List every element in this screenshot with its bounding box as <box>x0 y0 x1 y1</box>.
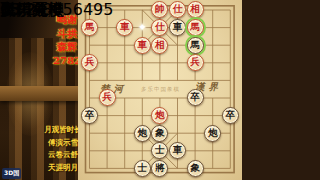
piece-black-pawn[interactable]: 卒 <box>187 89 204 106</box>
piece-red-pawn[interactable]: 兵 <box>99 89 116 106</box>
piece-black-general[interactable]: 將 <box>151 160 168 177</box>
xiangqi-board[interactable]: 楚河 漢界 多乐中国象棋 帥仕相馬車仕車馬車相馬兵兵兵卒卒炮卒炮象炮士車士將象✦ <box>78 0 242 180</box>
piece-red-cannon[interactable]: 炮 <box>151 107 168 124</box>
piece-red-chariot[interactable]: 車 <box>134 37 151 54</box>
temple-beam-photo <box>0 86 78 101</box>
piece-black-pawn[interactable]: 卒 <box>81 107 98 124</box>
piece-black-advisor[interactable]: 士 <box>134 160 151 177</box>
piece-black-pawn[interactable]: 卒 <box>222 107 239 124</box>
piece-black-cannon[interactable]: 炮 <box>134 125 151 142</box>
piece-red-advisor[interactable]: 仕 <box>151 19 168 36</box>
piece-red-elephant[interactable]: 相 <box>151 37 168 54</box>
board-grid: 帥仕相馬車仕車馬車相馬兵兵兵卒卒炮卒炮象炮士車士將象✦ <box>81 1 239 177</box>
piece-black-advisor[interactable]: 士 <box>151 142 168 159</box>
piece-red-advisor[interactable]: 仕 <box>169 1 186 18</box>
move-sparkle-effect: ✦ <box>138 22 147 33</box>
piece-red-general[interactable]: 帥 <box>151 1 168 18</box>
piece-red-chariot[interactable]: 車 <box>116 19 133 36</box>
piece-black-elephant[interactable]: 象 <box>151 125 168 142</box>
piece-black-cannon[interactable]: 炮 <box>204 125 221 142</box>
right-photo-panel <box>240 0 320 180</box>
piece-red-horse[interactable]: 馬 <box>81 19 98 36</box>
piece-red-elephant[interactable]: 相 <box>187 1 204 18</box>
piece-black-chariot[interactable]: 車 <box>169 142 186 159</box>
piece-black-elephant[interactable]: 象 <box>187 160 204 177</box>
app-logo-badge: 3D国 <box>2 168 21 179</box>
piece-black-chariot[interactable]: 車 <box>169 19 186 36</box>
piece-black-horse[interactable]: 馬 <box>187 37 204 54</box>
piece-red-horse[interactable]: 馬 <box>187 19 204 36</box>
title-calligraphy-gold: 飞刀狂魔 <box>0 0 64 21</box>
piece-red-pawn[interactable]: 兵 <box>81 54 98 71</box>
piece-red-pawn[interactable]: 兵 <box>187 54 204 71</box>
